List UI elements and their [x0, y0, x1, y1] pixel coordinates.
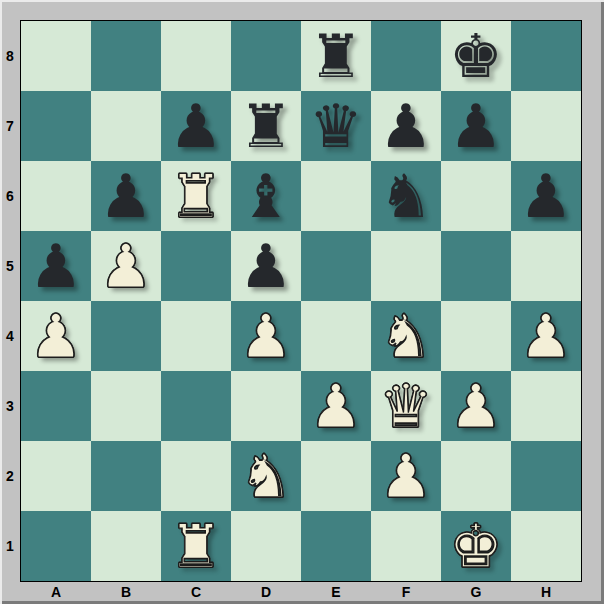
piece-white-pawn-d4: ♟ [239, 301, 293, 371]
square-b1[interactable] [91, 511, 161, 581]
piece-black-rook-e8: ♜ [309, 21, 363, 91]
square-g4[interactable] [441, 301, 511, 371]
file-label-e: E [301, 582, 371, 602]
square-f2[interactable]: ♟ [371, 441, 441, 511]
square-f7[interactable]: ♟ [371, 91, 441, 161]
square-g8[interactable]: ♚ [441, 21, 511, 91]
rank-label-2: 2 [0, 441, 20, 511]
rank-label-4: 4 [0, 301, 20, 371]
square-a1[interactable] [21, 511, 91, 581]
file-labels: ABCDEFGH [21, 582, 581, 602]
square-g5[interactable] [441, 231, 511, 301]
piece-white-pawn-b5: ♟ [99, 231, 153, 301]
square-f3[interactable]: ♛ [371, 371, 441, 441]
square-d2[interactable]: ♞ [231, 441, 301, 511]
square-c8[interactable] [161, 21, 231, 91]
square-h3[interactable] [511, 371, 581, 441]
square-f6[interactable]: ♞ [371, 161, 441, 231]
chess-board-frame: 87654321 ♜♚♟♜♛♟♟♟♜♝♞♟♟♟♟♟♟♞♟♟♛♟♞♟♜♚ ABCD… [0, 0, 604, 604]
piece-white-king-g1: ♚ [449, 511, 503, 581]
square-b4[interactable] [91, 301, 161, 371]
file-label-b: B [91, 582, 161, 602]
square-h4[interactable]: ♟ [511, 301, 581, 371]
square-e2[interactable] [301, 441, 371, 511]
square-g7[interactable]: ♟ [441, 91, 511, 161]
square-h5[interactable] [511, 231, 581, 301]
square-g3[interactable]: ♟ [441, 371, 511, 441]
square-a4[interactable]: ♟ [21, 301, 91, 371]
piece-black-pawn-c7: ♟ [169, 91, 223, 161]
square-f4[interactable]: ♞ [371, 301, 441, 371]
square-h8[interactable] [511, 21, 581, 91]
square-g6[interactable] [441, 161, 511, 231]
square-d3[interactable] [231, 371, 301, 441]
square-e3[interactable]: ♟ [301, 371, 371, 441]
piece-black-pawn-f7: ♟ [379, 91, 433, 161]
square-e6[interactable] [301, 161, 371, 231]
square-c1[interactable]: ♜ [161, 511, 231, 581]
piece-white-queen-f3: ♛ [379, 371, 433, 441]
square-h7[interactable] [511, 91, 581, 161]
square-a7[interactable] [21, 91, 91, 161]
square-b8[interactable] [91, 21, 161, 91]
file-label-g: G [441, 582, 511, 602]
square-e4[interactable] [301, 301, 371, 371]
piece-white-knight-d2: ♞ [239, 441, 293, 511]
square-c3[interactable] [161, 371, 231, 441]
square-b2[interactable] [91, 441, 161, 511]
rank-label-7: 7 [0, 91, 20, 161]
piece-white-rook-c6: ♜ [169, 161, 223, 231]
piece-black-knight-f6: ♞ [379, 161, 433, 231]
file-label-c: C [161, 582, 231, 602]
piece-black-rook-d7: ♜ [239, 91, 293, 161]
square-e7[interactable]: ♛ [301, 91, 371, 161]
file-label-f: F [371, 582, 441, 602]
square-d8[interactable] [231, 21, 301, 91]
square-d5[interactable]: ♟ [231, 231, 301, 301]
square-h2[interactable] [511, 441, 581, 511]
rank-label-8: 8 [0, 21, 20, 91]
file-label-d: D [231, 582, 301, 602]
piece-white-rook-c1: ♜ [169, 511, 223, 581]
square-e8[interactable]: ♜ [301, 21, 371, 91]
square-c7[interactable]: ♟ [161, 91, 231, 161]
piece-black-pawn-d5: ♟ [239, 231, 293, 301]
square-h1[interactable] [511, 511, 581, 581]
piece-black-pawn-h6: ♟ [519, 161, 573, 231]
square-a3[interactable] [21, 371, 91, 441]
piece-black-pawn-b6: ♟ [99, 161, 153, 231]
square-c6[interactable]: ♜ [161, 161, 231, 231]
square-c5[interactable] [161, 231, 231, 301]
piece-black-queen-e7: ♛ [309, 91, 363, 161]
square-b6[interactable]: ♟ [91, 161, 161, 231]
square-f1[interactable] [371, 511, 441, 581]
square-e5[interactable] [301, 231, 371, 301]
piece-black-bishop-d6: ♝ [239, 161, 293, 231]
piece-white-pawn-f2: ♟ [379, 441, 433, 511]
rank-label-1: 1 [0, 511, 20, 581]
square-d4[interactable]: ♟ [231, 301, 301, 371]
square-f5[interactable] [371, 231, 441, 301]
square-a6[interactable] [21, 161, 91, 231]
piece-white-pawn-a4: ♟ [29, 301, 83, 371]
square-c2[interactable] [161, 441, 231, 511]
square-g1[interactable]: ♚ [441, 511, 511, 581]
square-a8[interactable] [21, 21, 91, 91]
square-a2[interactable] [21, 441, 91, 511]
piece-white-pawn-e3: ♟ [309, 371, 363, 441]
square-c4[interactable] [161, 301, 231, 371]
rank-label-5: 5 [0, 231, 20, 301]
rank-labels: 87654321 [0, 21, 20, 581]
square-h6[interactable]: ♟ [511, 161, 581, 231]
piece-black-pawn-a5: ♟ [29, 231, 83, 301]
rank-label-6: 6 [0, 161, 20, 231]
square-b3[interactable] [91, 371, 161, 441]
piece-black-king-g8: ♚ [449, 21, 503, 91]
piece-white-pawn-h4: ♟ [519, 301, 573, 371]
square-b5[interactable]: ♟ [91, 231, 161, 301]
square-e1[interactable] [301, 511, 371, 581]
square-d6[interactable]: ♝ [231, 161, 301, 231]
piece-white-pawn-g3: ♟ [449, 371, 503, 441]
file-label-a: A [21, 582, 91, 602]
square-d7[interactable]: ♜ [231, 91, 301, 161]
rank-label-3: 3 [0, 371, 20, 441]
file-label-h: H [511, 582, 581, 602]
square-d1[interactable] [231, 511, 301, 581]
piece-white-knight-f4: ♞ [379, 301, 433, 371]
square-a5[interactable]: ♟ [21, 231, 91, 301]
square-f8[interactable] [371, 21, 441, 91]
piece-black-pawn-g7: ♟ [449, 91, 503, 161]
board: ♜♚♟♜♛♟♟♟♜♝♞♟♟♟♟♟♟♞♟♟♛♟♞♟♜♚ [20, 20, 582, 582]
square-g2[interactable] [441, 441, 511, 511]
square-b7[interactable] [91, 91, 161, 161]
